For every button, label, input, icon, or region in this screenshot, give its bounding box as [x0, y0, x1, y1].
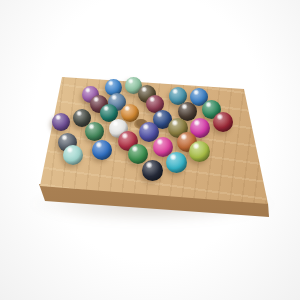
peg-r5c1-aqua-mint[interactable] — [63, 145, 83, 165]
peg-r7c4-turquoise[interactable] — [166, 152, 187, 173]
peg-r4c2-green[interactable] — [85, 122, 104, 141]
peg-r7c3-dark-navy[interactable] — [142, 160, 163, 181]
peg-r5c7-dark-red[interactable] — [213, 112, 233, 132]
peg-r3c1-eggplant[interactable] — [52, 113, 70, 131]
peg-r7c5-lime[interactable] — [189, 141, 210, 162]
wood-grain-texture — [0, 0, 300, 300]
peg-r5c2-royal-blue[interactable] — [92, 140, 112, 160]
product-photo-background — [0, 0, 300, 300]
peg-r6c3-forest-green[interactable] — [128, 144, 148, 164]
